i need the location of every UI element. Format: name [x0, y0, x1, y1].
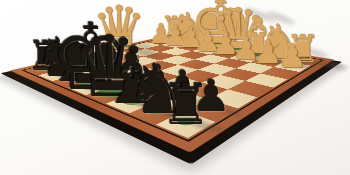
piece-black-rook-a8[interactable]: ♜ — [161, 77, 212, 133]
scene: Staunton chess set in the starting posit… — [0, 0, 350, 175]
piece-white-pawn-a2[interactable]: ♟ — [277, 39, 307, 72]
product-photo-caption: Staunton chess set in the starting posit… — [0, 0, 1, 1]
